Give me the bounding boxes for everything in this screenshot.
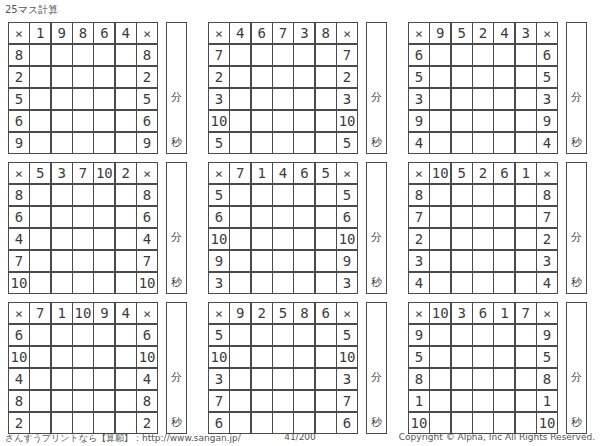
right-header-cell: 3 — [337, 369, 357, 389]
answer-cell[interactable] — [516, 89, 536, 109]
minutes-label: 分 — [567, 370, 586, 385]
seconds-label: 秒 — [167, 415, 186, 430]
answer-cell[interactable] — [52, 369, 72, 389]
answer-cell[interactable] — [73, 347, 93, 367]
left-header-cell: 4 — [9, 229, 29, 249]
answer-cell[interactable] — [73, 185, 93, 205]
answer-cell[interactable] — [252, 273, 272, 293]
answer-cell[interactable] — [52, 45, 72, 65]
answer-cell[interactable] — [494, 347, 514, 367]
answer-cell[interactable] — [516, 273, 536, 293]
answer-cell[interactable] — [94, 229, 114, 249]
answer-cell[interactable] — [473, 251, 493, 271]
answer-cell[interactable] — [494, 207, 514, 227]
answer-cell[interactable] — [273, 325, 293, 345]
answer-cell[interactable] — [473, 111, 493, 131]
answer-cell[interactable] — [94, 207, 114, 227]
answer-cell[interactable] — [116, 391, 136, 411]
right-header-cell: 2 — [337, 67, 357, 87]
left-header-cell: 10 — [209, 347, 229, 367]
left-header-cell: 4 — [409, 273, 429, 293]
multiply-sign: × — [209, 303, 229, 323]
seconds-label: 秒 — [567, 135, 586, 150]
answer-cell[interactable] — [230, 369, 250, 389]
answer-cell[interactable] — [316, 45, 336, 65]
answer-cell[interactable] — [494, 67, 514, 87]
answer-cell[interactable] — [230, 273, 250, 293]
answer-cell[interactable] — [316, 325, 336, 345]
answer-cell[interactable] — [452, 229, 472, 249]
answer-cell[interactable] — [94, 325, 114, 345]
right-header-cell: 1 — [537, 391, 557, 411]
answer-cell[interactable] — [94, 413, 114, 433]
answer-cell[interactable] — [52, 251, 72, 271]
multiply-sign: × — [409, 163, 429, 183]
left-header-cell: 4 — [9, 369, 29, 389]
answer-cell[interactable] — [116, 207, 136, 227]
top-header-cell: 6 — [494, 163, 514, 183]
answer-cell[interactable] — [116, 273, 136, 293]
answer-cell[interactable] — [116, 251, 136, 271]
right-header-cell: 3 — [537, 89, 557, 109]
answer-cell[interactable] — [52, 111, 72, 131]
answer-cell[interactable] — [116, 67, 136, 87]
answer-cell[interactable] — [230, 185, 250, 205]
answer-cell[interactable] — [252, 89, 272, 109]
seconds-label: 秒 — [367, 135, 386, 150]
answer-cell[interactable] — [316, 67, 336, 87]
grid-block: ×537102×886644771010分秒 — [8, 162, 190, 294]
answer-cell[interactable] — [273, 45, 293, 65]
answer-cell[interactable] — [30, 273, 50, 293]
answer-cell[interactable] — [452, 133, 472, 153]
answer-cell[interactable] — [273, 391, 293, 411]
answer-cell[interactable] — [294, 325, 314, 345]
top-header-cell: 5 — [316, 163, 336, 183]
answer-cell[interactable] — [52, 185, 72, 205]
right-header-cell: 10 — [337, 111, 357, 131]
answer-cell[interactable] — [94, 111, 114, 131]
answer-cell[interactable] — [73, 369, 93, 389]
answer-cell[interactable] — [452, 111, 472, 131]
left-header-cell: 7 — [409, 207, 429, 227]
answer-cell[interactable] — [252, 111, 272, 131]
left-header-cell: 10 — [9, 347, 29, 367]
answer-cell[interactable] — [30, 45, 50, 65]
answer-cell[interactable] — [494, 251, 514, 271]
left-header-cell: 7 — [209, 391, 229, 411]
answer-cell[interactable] — [473, 207, 493, 227]
answer-cell[interactable] — [273, 111, 293, 131]
left-header-cell: 4 — [409, 133, 429, 153]
answer-cell[interactable] — [516, 391, 536, 411]
answer-cell[interactable] — [516, 67, 536, 87]
answer-cell[interactable] — [494, 185, 514, 205]
answer-cell[interactable] — [273, 229, 293, 249]
right-header-cell: 2 — [137, 67, 157, 87]
answer-cell[interactable] — [494, 391, 514, 411]
answer-cell[interactable] — [230, 89, 250, 109]
answer-cell[interactable] — [230, 45, 250, 65]
answer-cell[interactable] — [430, 325, 450, 345]
answer-cell[interactable] — [430, 207, 450, 227]
left-header-cell: 3 — [209, 369, 229, 389]
answer-cell[interactable] — [273, 251, 293, 271]
answer-cell[interactable] — [316, 273, 336, 293]
answer-cell[interactable] — [230, 325, 250, 345]
answer-cell[interactable] — [516, 325, 536, 345]
answer-cell[interactable] — [252, 347, 272, 367]
answer-cell[interactable] — [473, 67, 493, 87]
left-header-cell: 5 — [209, 133, 229, 153]
right-header-cell: 5 — [337, 325, 357, 345]
answer-cell[interactable] — [294, 89, 314, 109]
answer-cell[interactable] — [294, 185, 314, 205]
answer-cell[interactable] — [94, 45, 114, 65]
answer-cell[interactable] — [294, 391, 314, 411]
answer-cell[interactable] — [52, 229, 72, 249]
answer-cell[interactable] — [516, 251, 536, 271]
answer-cell[interactable] — [116, 347, 136, 367]
answer-cell[interactable] — [273, 185, 293, 205]
top-header-cell: 5 — [30, 163, 50, 183]
answer-cell[interactable] — [452, 273, 472, 293]
sheet: ×19864×8822556699分秒×46738×772233101055分秒… — [8, 22, 590, 434]
top-header-cell: 9 — [430, 23, 450, 43]
top-header-cell: 4 — [273, 163, 293, 183]
answer-cell[interactable] — [452, 325, 472, 345]
answer-cell[interactable] — [94, 89, 114, 109]
multiply-sign: × — [337, 303, 357, 323]
answer-cell[interactable] — [30, 391, 50, 411]
answer-cell[interactable] — [452, 185, 472, 205]
answer-cell[interactable] — [294, 133, 314, 153]
answer-cell[interactable] — [473, 89, 493, 109]
answer-cell[interactable] — [73, 325, 93, 345]
answer-cell[interactable] — [73, 391, 93, 411]
answer-cell[interactable] — [116, 413, 136, 433]
answer-cell[interactable] — [94, 369, 114, 389]
answer-cell[interactable] — [273, 207, 293, 227]
answer-cell[interactable] — [516, 185, 536, 205]
answer-cell[interactable] — [230, 67, 250, 87]
answer-cell[interactable] — [294, 273, 314, 293]
answer-cell[interactable] — [30, 347, 50, 367]
answer-cell[interactable] — [516, 111, 536, 131]
answer-cell[interactable] — [73, 273, 93, 293]
answer-cell[interactable] — [230, 207, 250, 227]
answer-cell[interactable] — [116, 185, 136, 205]
answer-cell[interactable] — [473, 391, 493, 411]
answer-cell[interactable] — [452, 391, 472, 411]
answer-cell[interactable] — [494, 325, 514, 345]
answer-cell[interactable] — [473, 273, 493, 293]
answer-cell[interactable] — [294, 111, 314, 131]
answer-cell[interactable] — [316, 207, 336, 227]
left-header-cell: 10 — [9, 273, 29, 293]
answer-cell[interactable] — [116, 89, 136, 109]
left-header-cell: 6 — [9, 207, 29, 227]
answer-cell[interactable] — [252, 369, 272, 389]
right-header-cell: 7 — [337, 391, 357, 411]
answer-cell[interactable] — [230, 413, 250, 433]
top-header-cell: 10 — [94, 163, 114, 183]
answer-cell[interactable] — [494, 89, 514, 109]
answer-cell[interactable] — [316, 133, 336, 153]
right-header-cell: 6 — [137, 325, 157, 345]
right-header-cell: 10 — [537, 413, 557, 433]
answer-cell[interactable] — [252, 207, 272, 227]
answer-cell[interactable] — [230, 347, 250, 367]
left-header-cell: 6 — [209, 207, 229, 227]
answer-cell[interactable] — [430, 369, 450, 389]
answer-cell[interactable] — [273, 413, 293, 433]
answer-cell[interactable] — [52, 325, 72, 345]
answer-cell[interactable] — [494, 45, 514, 65]
answer-cell[interactable] — [316, 89, 336, 109]
multiply-sign: × — [337, 23, 357, 43]
answer-cell[interactable] — [30, 325, 50, 345]
top-header-cell: 6 — [316, 303, 336, 323]
answer-cell[interactable] — [116, 229, 136, 249]
right-header-cell: 6 — [337, 207, 357, 227]
answer-cell[interactable] — [294, 369, 314, 389]
timer-box: 分秒 — [566, 302, 587, 434]
answer-cell[interactable] — [52, 207, 72, 227]
answer-cell[interactable] — [73, 133, 93, 153]
page-title: 25マス計算 — [5, 3, 58, 17]
left-header-cell: 8 — [409, 185, 429, 205]
answer-cell[interactable] — [516, 45, 536, 65]
answer-cell[interactable] — [273, 273, 293, 293]
answer-cell[interactable] — [294, 67, 314, 87]
left-header-cell: 6 — [409, 45, 429, 65]
answer-cell[interactable] — [252, 391, 272, 411]
answer-cell[interactable] — [230, 391, 250, 411]
answer-cell[interactable] — [30, 207, 50, 227]
answer-cell[interactable] — [116, 325, 136, 345]
answer-cell[interactable] — [452, 89, 472, 109]
answer-cell[interactable] — [473, 369, 493, 389]
answer-cell[interactable] — [30, 89, 50, 109]
timer-box: 分秒 — [366, 162, 387, 294]
answer-cell[interactable] — [52, 413, 72, 433]
answer-cell[interactable] — [94, 67, 114, 87]
answer-cell[interactable] — [430, 391, 450, 411]
top-header-cell: 2 — [473, 163, 493, 183]
answer-cell[interactable] — [73, 111, 93, 131]
answer-cell[interactable] — [430, 45, 450, 65]
right-header-cell: 9 — [537, 325, 557, 345]
answer-cell[interactable] — [316, 391, 336, 411]
answer-cell[interactable] — [252, 413, 272, 433]
answer-cell[interactable] — [430, 89, 450, 109]
answer-cell[interactable] — [516, 133, 536, 153]
answer-cell[interactable] — [94, 133, 114, 153]
answer-cell[interactable] — [252, 45, 272, 65]
answer-cell[interactable] — [452, 347, 472, 367]
answer-cell[interactable] — [452, 251, 472, 271]
answer-cell[interactable] — [73, 207, 93, 227]
answer-cell[interactable] — [73, 67, 93, 87]
answer-cell[interactable] — [94, 391, 114, 411]
answer-cell[interactable] — [494, 413, 514, 433]
minutes-label: 分 — [367, 230, 386, 245]
answer-cell[interactable] — [316, 185, 336, 205]
answer-cell[interactable] — [516, 347, 536, 367]
answer-cell[interactable] — [30, 111, 50, 131]
answer-cell[interactable] — [452, 45, 472, 65]
answer-cell[interactable] — [52, 273, 72, 293]
answer-cell[interactable] — [473, 347, 493, 367]
minutes-label: 分 — [167, 230, 186, 245]
answer-cell[interactable] — [73, 89, 93, 109]
answer-cell[interactable] — [73, 45, 93, 65]
right-header-cell: 3 — [337, 273, 357, 293]
right-header-cell: 8 — [137, 45, 157, 65]
answer-cell[interactable] — [294, 413, 314, 433]
grid-block: ×105261×8877223344分秒 — [408, 162, 590, 294]
answer-cell[interactable] — [94, 185, 114, 205]
right-header-cell: 2 — [137, 413, 157, 433]
answer-cell[interactable] — [430, 229, 450, 249]
answer-cell[interactable] — [316, 251, 336, 271]
answer-cell[interactable] — [252, 67, 272, 87]
answer-cell[interactable] — [52, 67, 72, 87]
answer-cell[interactable] — [430, 251, 450, 271]
answer-cell[interactable] — [52, 347, 72, 367]
top-header-cell: 5 — [452, 163, 472, 183]
answer-cell[interactable] — [30, 229, 50, 249]
answer-cell[interactable] — [494, 273, 514, 293]
answer-cell[interactable] — [430, 185, 450, 205]
answer-cell[interactable] — [273, 89, 293, 109]
answer-cell[interactable] — [294, 347, 314, 367]
answer-cell[interactable] — [430, 347, 450, 367]
answer-cell[interactable] — [230, 133, 250, 153]
answer-cell[interactable] — [73, 229, 93, 249]
answer-cell[interactable] — [430, 273, 450, 293]
top-header-cell: 1 — [30, 23, 50, 43]
answer-cell[interactable] — [273, 369, 293, 389]
answer-cell[interactable] — [473, 133, 493, 153]
answer-cell[interactable] — [473, 325, 493, 345]
answer-cell[interactable] — [473, 45, 493, 65]
answer-cell[interactable] — [294, 229, 314, 249]
right-header-cell: 10 — [337, 347, 357, 367]
answer-cell[interactable] — [252, 325, 272, 345]
answer-cell[interactable] — [30, 413, 50, 433]
answer-cell[interactable] — [73, 251, 93, 271]
answer-cell[interactable] — [316, 229, 336, 249]
top-header-cell: 2 — [116, 163, 136, 183]
answer-cell[interactable] — [273, 133, 293, 153]
answer-cell[interactable] — [116, 111, 136, 131]
multiply-sign: × — [409, 303, 429, 323]
answer-cell[interactable] — [30, 133, 50, 153]
answer-cell[interactable] — [252, 133, 272, 153]
answer-cell[interactable] — [494, 111, 514, 131]
left-header-cell: 6 — [9, 325, 29, 345]
answer-cell[interactable] — [294, 45, 314, 65]
answer-cell[interactable] — [516, 369, 536, 389]
answer-cell[interactable] — [473, 229, 493, 249]
grid-block: ×46738×772233101055分秒 — [208, 22, 390, 154]
answer-cell[interactable] — [494, 133, 514, 153]
answer-cell[interactable] — [494, 229, 514, 249]
top-header-cell: 2 — [473, 23, 493, 43]
answer-cell[interactable] — [252, 229, 272, 249]
answer-cell[interactable] — [316, 413, 336, 433]
answer-cell[interactable] — [516, 229, 536, 249]
answer-cell[interactable] — [452, 369, 472, 389]
answer-cell[interactable] — [116, 369, 136, 389]
minutes-label: 分 — [167, 370, 186, 385]
answer-cell[interactable] — [473, 413, 493, 433]
answer-cell[interactable] — [230, 251, 250, 271]
left-header-cell: 5 — [9, 89, 29, 109]
answer-cell[interactable] — [316, 347, 336, 367]
answer-cell[interactable] — [116, 133, 136, 153]
answer-cell[interactable] — [230, 111, 250, 131]
answer-cell[interactable] — [516, 207, 536, 227]
right-header-cell: 5 — [337, 185, 357, 205]
answer-cell[interactable] — [52, 391, 72, 411]
left-header-cell: 5 — [209, 325, 229, 345]
answer-cell[interactable] — [473, 185, 493, 205]
answer-cell[interactable] — [430, 67, 450, 87]
answer-cell[interactable] — [94, 251, 114, 271]
answer-cell[interactable] — [316, 111, 336, 131]
answer-cell[interactable] — [94, 347, 114, 367]
minutes-label: 分 — [567, 90, 586, 105]
right-header-cell: 5 — [137, 89, 157, 109]
answer-cell[interactable] — [273, 347, 293, 367]
answer-cell[interactable] — [452, 413, 472, 433]
answer-cell[interactable] — [30, 369, 50, 389]
top-header-cell: 7 — [230, 163, 250, 183]
answer-cell[interactable] — [516, 413, 536, 433]
answer-cell[interactable] — [430, 413, 450, 433]
answer-cell[interactable] — [294, 207, 314, 227]
answer-cell[interactable] — [316, 369, 336, 389]
answer-cell[interactable] — [30, 251, 50, 271]
answer-cell[interactable] — [273, 67, 293, 87]
seconds-label: 秒 — [367, 275, 386, 290]
answer-cell[interactable] — [252, 185, 272, 205]
answer-cell[interactable] — [494, 369, 514, 389]
answer-cell[interactable] — [73, 413, 93, 433]
left-header-cell: 6 — [209, 413, 229, 433]
grid-block: ×103617×995588111010分秒 — [408, 302, 590, 434]
answer-cell[interactable] — [252, 251, 272, 271]
answer-cell[interactable] — [52, 89, 72, 109]
answer-cell[interactable] — [94, 273, 114, 293]
answer-cell[interactable] — [430, 111, 450, 131]
top-header-cell: 3 — [516, 23, 536, 43]
right-header-cell: 7 — [537, 207, 557, 227]
answer-cell[interactable] — [30, 185, 50, 205]
answer-cell[interactable] — [116, 45, 136, 65]
left-header-cell: 2 — [409, 229, 429, 249]
answer-cell[interactable] — [30, 67, 50, 87]
answer-cell[interactable] — [294, 251, 314, 271]
answer-cell[interactable] — [430, 133, 450, 153]
answer-cell[interactable] — [52, 133, 72, 153]
answer-cell[interactable] — [230, 229, 250, 249]
answer-cell[interactable] — [452, 207, 472, 227]
answer-cell[interactable] — [452, 67, 472, 87]
